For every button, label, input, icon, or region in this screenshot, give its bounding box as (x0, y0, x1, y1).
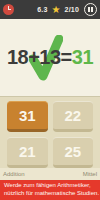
elapsed-time: 6.3 (37, 6, 47, 13)
answer-button-22[interactable]: 22 (53, 101, 94, 132)
mode-row: Addition Mittel (0, 168, 100, 180)
equation: 18+13=31 (7, 46, 93, 69)
equation-left: 18+13= (7, 46, 72, 68)
pause-button[interactable] (84, 3, 97, 16)
answer-grid: 31 22 21 25 (0, 97, 100, 168)
pause-icon (91, 7, 93, 12)
ad-line1: Werde zum fähigen Arithmetiker, (4, 182, 100, 190)
star-icon: ★ (52, 5, 61, 15)
top-bar: 6.3 ★ 2/10 (0, 0, 100, 19)
equation-answer: 31 (72, 46, 93, 68)
progress-counter: 2/10 (65, 6, 79, 13)
ad-banner[interactable]: Werde zum fähigen Arithmetiker, nützlich… (0, 180, 100, 200)
pause-icon (88, 7, 90, 12)
answer-button-31[interactable]: 31 (7, 101, 48, 132)
ad-line2: nützlich für mathematische Studien. (4, 190, 100, 198)
app-root: 6.3 ★ 2/10 18+13=31 31 22 21 25 Addition… (0, 0, 100, 200)
mode-label: Addition (3, 171, 25, 177)
answer-button-21[interactable]: 21 (7, 137, 48, 168)
answer-button-25[interactable]: 25 (53, 137, 94, 168)
timer-icon (3, 4, 14, 15)
answer-keypad: 31 22 21 25 Addition Mittel (0, 96, 100, 180)
equation-area: 18+13=31 (0, 19, 100, 96)
difficulty-label: Mittel (83, 171, 97, 177)
